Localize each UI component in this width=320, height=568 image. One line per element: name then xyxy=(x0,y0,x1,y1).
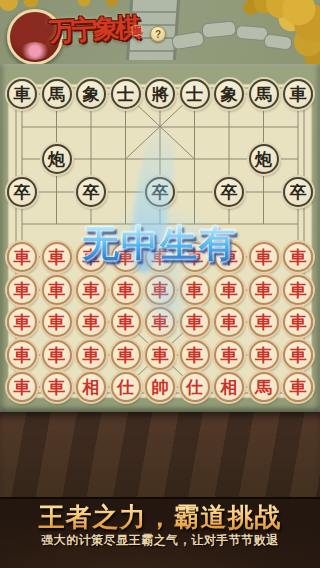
red-chariot-piece[interactable]: 車 xyxy=(283,340,313,370)
red-chariot-piece[interactable]: 車 xyxy=(145,340,175,370)
red-chariot-piece[interactable]: 車 xyxy=(214,275,244,305)
red-chariot-piece[interactable]: 車 xyxy=(180,340,210,370)
autumn-foliage-icon xyxy=(224,0,320,72)
promo-subtitle: 强大的计策尽显王霸之气，让对手节节败退 xyxy=(0,532,320,549)
red-advisor-piece[interactable]: 仕 xyxy=(180,372,210,402)
wood-table xyxy=(0,412,320,497)
red-chariot-piece[interactable]: 車 xyxy=(42,340,72,370)
black-chariot-piece[interactable]: 車 xyxy=(7,79,37,109)
xiangqi-board: 車馬象士將士象馬車炮炮卒卒卒卒卒車車車車車車車車車車車車車車車車車車車車車車車車… xyxy=(0,64,320,412)
black-pawn-piece[interactable]: 卒 xyxy=(283,177,313,207)
black-elephant-piece[interactable]: 象 xyxy=(214,79,244,109)
black-pawn-piece[interactable]: 卒 xyxy=(214,177,244,207)
red-chariot-piece[interactable]: 車 xyxy=(7,340,37,370)
black-horse-piece[interactable]: 馬 xyxy=(42,79,72,109)
black-advisor-piece[interactable]: 士 xyxy=(180,79,210,109)
red-general-piece[interactable]: 帥 xyxy=(145,372,175,402)
skill-banner-text: 无中生有 xyxy=(0,219,320,269)
promo-banner[interactable]: 王者之力，霸道挑战 强大的计策尽显王霸之气，让对手节节败退 xyxy=(0,497,320,568)
red-chariot-piece[interactable]: 車 xyxy=(111,275,141,305)
red-chariot-piece[interactable]: 車 xyxy=(7,275,37,305)
red-chariot-piece[interactable]: 車 xyxy=(7,307,37,337)
red-chariot-piece[interactable]: 車 xyxy=(76,275,106,305)
red-elephant-piece[interactable]: 相 xyxy=(76,372,106,402)
red-chariot-piece[interactable]: 車 xyxy=(283,372,313,402)
red-chariot-piece[interactable]: 車 xyxy=(76,307,106,337)
help-button[interactable]: ? xyxy=(150,26,166,42)
red-elephant-piece[interactable]: 相 xyxy=(214,372,244,402)
red-chariot-piece[interactable]: 車 xyxy=(111,340,141,370)
red-horse-piece[interactable]: 馬 xyxy=(249,372,279,402)
black-cannon-piece[interactable]: 炮 xyxy=(42,144,72,174)
black-general-piece[interactable]: 將 xyxy=(145,79,175,109)
promo-title: 王者之力，霸道挑战 xyxy=(0,500,320,535)
red-chariot-piece[interactable]: 車 xyxy=(7,372,37,402)
background-scene: 万宁象棋 大招版 ? xyxy=(0,0,320,64)
logo-character-icon xyxy=(20,42,50,60)
red-chariot-piece[interactable]: 車 xyxy=(283,275,313,305)
black-pawn-piece[interactable]: 卒 xyxy=(7,177,37,207)
red-chariot-piece[interactable]: 車 xyxy=(42,372,72,402)
black-pawn-piece[interactable]: 卒 xyxy=(76,177,106,207)
black-chariot-piece[interactable]: 車 xyxy=(283,79,313,109)
red-chariot-piece[interactable]: 車 xyxy=(249,307,279,337)
red-chariot-piece[interactable]: 車 xyxy=(42,307,72,337)
red-chariot-piece[interactable]: 車 xyxy=(76,340,106,370)
red-chariot-piece[interactable]: 車 xyxy=(249,275,279,305)
logo-title: 万宁象棋 xyxy=(48,10,142,50)
black-elephant-piece[interactable]: 象 xyxy=(76,79,106,109)
red-chariot-piece[interactable]: 車 xyxy=(283,307,313,337)
red-chariot-piece[interactable]: 車 xyxy=(214,340,244,370)
red-chariot-piece[interactable]: 車 xyxy=(111,307,141,337)
red-chariot-piece[interactable]: 車 xyxy=(249,340,279,370)
red-advisor-piece[interactable]: 仕 xyxy=(111,372,141,402)
black-advisor-piece[interactable]: 士 xyxy=(111,79,141,109)
red-chariot-piece[interactable]: 車 xyxy=(214,307,244,337)
red-chariot-piece[interactable]: 車 xyxy=(42,275,72,305)
black-cannon-piece[interactable]: 炮 xyxy=(249,144,279,174)
black-horse-piece[interactable]: 馬 xyxy=(249,79,279,109)
game-screen: 万宁象棋 大招版 ? xyxy=(0,0,320,568)
